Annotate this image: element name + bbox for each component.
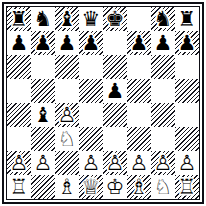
piece-black-pawn: ♟♟ (127, 31, 151, 55)
piece-white-pawn: ♟♙ (175, 151, 199, 175)
square-e4[interactable] (103, 103, 127, 127)
square-b7[interactable]: ♟♟ (31, 31, 55, 55)
square-a7[interactable]: ♟♟ (7, 31, 31, 55)
piece-white-bishop: ♝♗ (127, 175, 151, 199)
square-c1[interactable]: ♝♗ (55, 175, 79, 199)
piece-black-pawn: ♟♟ (151, 31, 175, 55)
piece-glyph-white-pawn: ♙ (7, 151, 31, 175)
square-e3[interactable] (103, 127, 127, 151)
piece-white-pawn: ♟♙ (7, 151, 31, 175)
square-a5[interactable] (7, 79, 31, 103)
square-h2[interactable]: ♟♙ (175, 151, 199, 175)
piece-glyph-black-rook: ♜ (175, 7, 199, 31)
square-c6[interactable] (55, 55, 79, 79)
piece-glyph-black-pawn: ♟ (55, 31, 79, 55)
piece-glyph-black-pawn: ♟ (151, 31, 175, 55)
piece-glyph-white-rook: ♖ (175, 175, 199, 199)
piece-white-pawn: ♟♙ (151, 151, 175, 175)
square-c5[interactable] (55, 79, 79, 103)
square-h8[interactable]: ♜♜ (175, 7, 199, 31)
piece-black-knight: ♞♞ (31, 7, 55, 31)
square-g1[interactable]: ♞♘ (151, 175, 175, 199)
piece-black-pawn: ♟♟ (103, 79, 127, 103)
square-g2[interactable]: ♟♙ (151, 151, 175, 175)
piece-glyph-white-bishop: ♗ (55, 175, 79, 199)
piece-white-rook: ♜♖ (175, 175, 199, 199)
square-b4[interactable]: ♝♝ (31, 103, 55, 127)
square-d7[interactable]: ♟♟ (79, 31, 103, 55)
square-d5[interactable] (79, 79, 103, 103)
square-f7[interactable]: ♟♟ (127, 31, 151, 55)
piece-glyph-black-bishop: ♝ (31, 103, 55, 127)
square-d6[interactable] (79, 55, 103, 79)
square-e2[interactable]: ♟♙ (103, 151, 127, 175)
square-d1[interactable]: ♛♕ (79, 175, 103, 199)
square-f1[interactable]: ♝♗ (127, 175, 151, 199)
board-frame: ♜♜♞♞♝♝♛♛♚♚♞♞♜♜♟♟♟♟♟♟♟♟♟♟♟♟♟♟♟♟♝♝♟♙♞♘♟♙♟♙… (2, 2, 204, 204)
square-b3[interactable] (31, 127, 55, 151)
piece-black-bishop: ♝♝ (31, 103, 55, 127)
square-d3[interactable] (79, 127, 103, 151)
square-a4[interactable] (7, 103, 31, 127)
square-c7[interactable]: ♟♟ (55, 31, 79, 55)
square-a2[interactable]: ♟♙ (7, 151, 31, 175)
square-d8[interactable]: ♛♛ (79, 7, 103, 31)
square-f3[interactable] (127, 127, 151, 151)
piece-white-pawn: ♟♙ (127, 151, 151, 175)
piece-glyph-black-pawn: ♟ (79, 31, 103, 55)
square-g5[interactable] (151, 79, 175, 103)
square-a6[interactable] (7, 55, 31, 79)
square-a1[interactable]: ♜♖ (7, 175, 31, 199)
piece-glyph-black-pawn: ♟ (175, 31, 199, 55)
piece-white-queen: ♛♕ (79, 175, 103, 199)
square-d2[interactable]: ♟♙ (79, 151, 103, 175)
piece-black-king: ♚♚ (103, 7, 127, 31)
square-h5[interactable] (175, 79, 199, 103)
square-c4[interactable]: ♟♙ (55, 103, 79, 127)
square-c8[interactable]: ♝♝ (55, 7, 79, 31)
square-g8[interactable]: ♞♞ (151, 7, 175, 31)
piece-glyph-black-queen: ♛ (79, 7, 103, 31)
square-a8[interactable]: ♜♜ (7, 7, 31, 31)
square-b8[interactable]: ♞♞ (31, 7, 55, 31)
square-f8[interactable] (127, 7, 151, 31)
piece-white-pawn: ♟♙ (31, 151, 55, 175)
piece-white-pawn: ♟♙ (55, 103, 79, 127)
square-g4[interactable] (151, 103, 175, 127)
square-g6[interactable] (151, 55, 175, 79)
piece-white-bishop: ♝♗ (55, 175, 79, 199)
piece-glyph-white-pawn: ♙ (55, 103, 79, 127)
piece-black-pawn: ♟♟ (31, 31, 55, 55)
piece-black-rook: ♜♜ (175, 7, 199, 31)
square-b1[interactable] (31, 175, 55, 199)
square-h7[interactable]: ♟♟ (175, 31, 199, 55)
square-h3[interactable] (175, 127, 199, 151)
piece-black-bishop: ♝♝ (55, 7, 79, 31)
square-b5[interactable] (31, 79, 55, 103)
square-h6[interactable] (175, 55, 199, 79)
square-e8[interactable]: ♚♚ (103, 7, 127, 31)
piece-glyph-white-pawn: ♙ (31, 151, 55, 175)
piece-glyph-black-pawn: ♟ (31, 31, 55, 55)
piece-white-king: ♚♔ (103, 175, 127, 199)
square-b2[interactable]: ♟♙ (31, 151, 55, 175)
piece-glyph-black-king: ♚ (103, 7, 127, 31)
piece-glyph-white-pawn: ♙ (79, 151, 103, 175)
square-c2[interactable] (55, 151, 79, 175)
piece-black-pawn: ♟♟ (175, 31, 199, 55)
piece-glyph-white-pawn: ♙ (103, 151, 127, 175)
square-e7[interactable] (103, 31, 127, 55)
piece-glyph-white-queen: ♕ (79, 175, 103, 199)
square-f5[interactable] (127, 79, 151, 103)
square-f2[interactable]: ♟♙ (127, 151, 151, 175)
square-g3[interactable] (151, 127, 175, 151)
piece-white-pawn: ♟♙ (103, 151, 127, 175)
square-c3[interactable]: ♞♘ (55, 127, 79, 151)
square-h4[interactable] (175, 103, 199, 127)
chess-diagram: ♜♜♞♞♝♝♛♛♚♚♞♞♜♜♟♟♟♟♟♟♟♟♟♟♟♟♟♟♟♟♝♝♟♙♞♘♟♙♟♙… (0, 0, 206, 206)
square-g7[interactable]: ♟♟ (151, 31, 175, 55)
square-d4[interactable] (79, 103, 103, 127)
piece-glyph-black-bishop: ♝ (55, 7, 79, 31)
square-a3[interactable] (7, 127, 31, 151)
square-e6[interactable] (103, 55, 127, 79)
piece-black-knight: ♞♞ (151, 7, 175, 31)
piece-glyph-white-pawn: ♙ (151, 151, 175, 175)
piece-glyph-white-pawn: ♙ (175, 151, 199, 175)
square-f4[interactable] (127, 103, 151, 127)
piece-glyph-black-pawn: ♟ (127, 31, 151, 55)
piece-black-pawn: ♟♟ (7, 31, 31, 55)
piece-white-rook: ♜♖ (7, 175, 31, 199)
piece-black-pawn: ♟♟ (79, 31, 103, 55)
piece-glyph-black-pawn: ♟ (7, 31, 31, 55)
square-e5[interactable]: ♟♟ (103, 79, 127, 103)
piece-glyph-white-bishop: ♗ (127, 175, 151, 199)
piece-glyph-white-king: ♔ (103, 175, 127, 199)
piece-black-pawn: ♟♟ (55, 31, 79, 55)
piece-white-knight: ♞♘ (55, 127, 79, 151)
piece-glyph-black-pawn: ♟ (103, 79, 127, 103)
piece-white-pawn: ♟♙ (79, 151, 103, 175)
piece-glyph-black-rook: ♜ (7, 7, 31, 31)
piece-black-rook: ♜♜ (7, 7, 31, 31)
chess-board: ♜♜♞♞♝♝♛♛♚♚♞♞♜♜♟♟♟♟♟♟♟♟♟♟♟♟♟♟♟♟♝♝♟♙♞♘♟♙♟♙… (6, 6, 200, 200)
piece-glyph-white-pawn: ♙ (127, 151, 151, 175)
piece-glyph-white-knight: ♘ (151, 175, 175, 199)
piece-glyph-black-knight: ♞ (31, 7, 55, 31)
square-h1[interactable]: ♜♖ (175, 175, 199, 199)
piece-white-knight: ♞♘ (151, 175, 175, 199)
piece-glyph-white-rook: ♖ (7, 175, 31, 199)
piece-glyph-black-knight: ♞ (151, 7, 175, 31)
square-e1[interactable]: ♚♔ (103, 175, 127, 199)
piece-black-queen: ♛♛ (79, 7, 103, 31)
square-b6[interactable] (31, 55, 55, 79)
square-f6[interactable] (127, 55, 151, 79)
piece-glyph-white-knight: ♘ (55, 127, 79, 151)
